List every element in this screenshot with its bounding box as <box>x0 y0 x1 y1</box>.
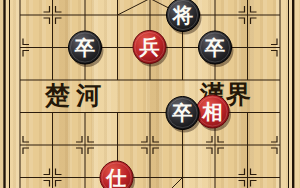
piece-glyph: 兵 <box>138 35 160 59</box>
wood-board-background: 楚河 漢界 将卒兵卒相卒仕 <box>0 0 300 188</box>
river-label-chu-he: 楚河 <box>44 81 107 110</box>
piece-black-general-f2[interactable]: 将 <box>167 0 202 35</box>
piece-glyph: 仕 <box>105 166 127 188</box>
xiangqi-board[interactable]: 楚河 漢界 将卒兵卒相卒仕 <box>0 0 300 188</box>
piece-black-soldier-g3[interactable]: 卒 <box>199 31 234 67</box>
piece-red-advisor-d7[interactable]: 仕 <box>100 161 135 188</box>
piece-glyph: 卒 <box>74 36 96 60</box>
piece-glyph: 相 <box>201 100 223 124</box>
piece-red-soldier-e3[interactable]: 兵 <box>133 31 168 67</box>
piece-glyph: 卒 <box>171 101 193 125</box>
piece-glyph: 将 <box>172 3 194 27</box>
piece-black-soldier-c3[interactable]: 卒 <box>69 31 104 67</box>
piece-glyph: 卒 <box>204 36 226 60</box>
piece-black-soldier-f5[interactable]: 卒 <box>166 97 201 133</box>
